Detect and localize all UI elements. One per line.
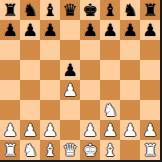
square-f5[interactable] <box>100 60 120 80</box>
square-a2[interactable]: ♟ <box>0 120 20 140</box>
piece-black-pawn[interactable]: ♟ <box>42 20 57 40</box>
square-a8[interactable]: ♜ <box>0 0 20 20</box>
piece-white-queen[interactable]: ♛ <box>62 140 77 160</box>
square-c6[interactable] <box>40 40 60 60</box>
chess-board: ♜♞♝♛♚♝♞♜♟♟♟♟♟♟♟♟♟♞♟♟♟♟♟♟♟♜♞♝♛♚♝♜ <box>0 0 162 162</box>
square-e4[interactable] <box>80 80 100 100</box>
square-g6[interactable] <box>120 40 140 60</box>
square-g4[interactable] <box>120 80 140 100</box>
square-h7[interactable]: ♟ <box>140 20 160 40</box>
piece-black-pawn[interactable]: ♟ <box>142 20 157 40</box>
piece-white-pawn[interactable]: ♟ <box>2 120 17 140</box>
square-d2[interactable] <box>60 120 80 140</box>
square-c4[interactable] <box>40 80 60 100</box>
square-d4[interactable]: ♟ <box>60 80 80 100</box>
piece-black-pawn[interactable]: ♟ <box>82 20 97 40</box>
piece-white-pawn[interactable]: ♟ <box>42 120 57 140</box>
square-h2[interactable]: ♟ <box>140 120 160 140</box>
square-e1[interactable]: ♚ <box>80 140 100 160</box>
square-c5[interactable] <box>40 60 60 80</box>
square-a7[interactable]: ♟ <box>0 20 20 40</box>
piece-white-pawn[interactable]: ♟ <box>102 120 117 140</box>
square-h4[interactable] <box>140 80 160 100</box>
piece-black-rook[interactable]: ♜ <box>2 0 17 20</box>
square-a5[interactable] <box>0 60 20 80</box>
piece-black-pawn[interactable]: ♟ <box>102 20 117 40</box>
square-c7[interactable]: ♟ <box>40 20 60 40</box>
square-a1[interactable]: ♜ <box>0 140 20 160</box>
square-e2[interactable]: ♟ <box>80 120 100 140</box>
square-d1[interactable]: ♛ <box>60 140 80 160</box>
piece-white-knight[interactable]: ♞ <box>22 140 37 160</box>
piece-black-pawn[interactable]: ♟ <box>22 20 37 40</box>
chess-app-window: ♜♞♝♛♚♝♞♜♟♟♟♟♟♟♟♟♟♞♟♟♟♟♟♟♟♜♞♝♛♚♝♜ <box>0 0 162 162</box>
square-b3[interactable] <box>20 100 40 120</box>
piece-black-pawn[interactable]: ♟ <box>2 20 17 40</box>
square-a3[interactable] <box>0 100 20 120</box>
piece-white-pawn[interactable]: ♟ <box>82 120 97 140</box>
square-f8[interactable]: ♝ <box>100 0 120 20</box>
square-d7[interactable] <box>60 20 80 40</box>
square-b7[interactable]: ♟ <box>20 20 40 40</box>
piece-white-king[interactable]: ♚ <box>82 140 97 160</box>
piece-black-knight[interactable]: ♞ <box>122 0 137 20</box>
square-e6[interactable] <box>80 40 100 60</box>
square-g5[interactable] <box>120 60 140 80</box>
square-h1[interactable]: ♜ <box>140 140 160 160</box>
piece-white-bishop[interactable]: ♝ <box>102 140 117 160</box>
piece-white-bishop[interactable]: ♝ <box>42 140 57 160</box>
square-b4[interactable] <box>20 80 40 100</box>
square-d3[interactable] <box>60 100 80 120</box>
piece-black-queen[interactable]: ♛ <box>62 0 77 20</box>
square-b6[interactable] <box>20 40 40 60</box>
square-c1[interactable]: ♝ <box>40 140 60 160</box>
square-f2[interactable]: ♟ <box>100 120 120 140</box>
square-b5[interactable] <box>20 60 40 80</box>
square-h8[interactable]: ♜ <box>140 0 160 20</box>
square-b8[interactable]: ♞ <box>20 0 40 20</box>
square-e5[interactable] <box>80 60 100 80</box>
piece-white-pawn[interactable]: ♟ <box>62 80 77 100</box>
piece-white-knight[interactable]: ♞ <box>102 100 117 120</box>
square-a4[interactable] <box>0 80 20 100</box>
square-f7[interactable]: ♟ <box>100 20 120 40</box>
square-e7[interactable]: ♟ <box>80 20 100 40</box>
square-b2[interactable]: ♟ <box>20 120 40 140</box>
square-h5[interactable] <box>140 60 160 80</box>
square-f3[interactable]: ♞ <box>100 100 120 120</box>
square-g2[interactable]: ♟ <box>120 120 140 140</box>
square-g7[interactable]: ♟ <box>120 20 140 40</box>
piece-black-bishop[interactable]: ♝ <box>102 0 117 20</box>
square-g8[interactable]: ♞ <box>120 0 140 20</box>
square-a6[interactable] <box>0 40 20 60</box>
piece-black-rook[interactable]: ♜ <box>142 0 157 20</box>
square-f6[interactable] <box>100 40 120 60</box>
square-h3[interactable] <box>140 100 160 120</box>
square-f1[interactable]: ♝ <box>100 140 120 160</box>
piece-black-pawn[interactable]: ♟ <box>122 20 137 40</box>
square-d5[interactable]: ♟ <box>60 60 80 80</box>
square-d6[interactable] <box>60 40 80 60</box>
piece-white-rook[interactable]: ♜ <box>2 140 17 160</box>
piece-white-pawn[interactable]: ♟ <box>122 120 137 140</box>
square-f4[interactable] <box>100 80 120 100</box>
square-g3[interactable] <box>120 100 140 120</box>
piece-white-pawn[interactable]: ♟ <box>22 120 37 140</box>
square-c8[interactable]: ♝ <box>40 0 60 20</box>
piece-black-pawn[interactable]: ♟ <box>62 60 77 80</box>
square-d8[interactable]: ♛ <box>60 0 80 20</box>
square-c3[interactable] <box>40 100 60 120</box>
piece-white-pawn[interactable]: ♟ <box>142 120 157 140</box>
piece-white-rook[interactable]: ♜ <box>142 140 157 160</box>
square-b1[interactable]: ♞ <box>20 140 40 160</box>
square-e3[interactable] <box>80 100 100 120</box>
square-h6[interactable] <box>140 40 160 60</box>
piece-black-knight[interactable]: ♞ <box>22 0 37 20</box>
piece-black-king[interactable]: ♚ <box>82 0 97 20</box>
square-g1[interactable] <box>120 140 140 160</box>
square-c2[interactable]: ♟ <box>40 120 60 140</box>
square-e8[interactable]: ♚ <box>80 0 100 20</box>
piece-black-bishop[interactable]: ♝ <box>42 0 57 20</box>
